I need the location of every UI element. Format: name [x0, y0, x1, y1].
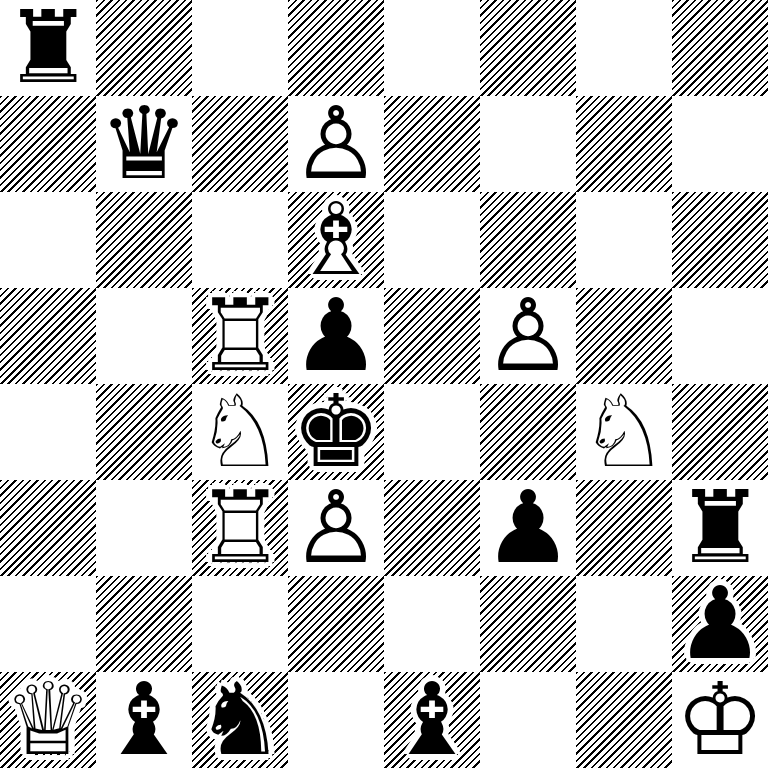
- piece-glyph: ♘: [576, 384, 672, 480]
- piece-black-rook-h3[interactable]: ♜♜: [672, 480, 768, 576]
- square-h6[interactable]: [672, 192, 768, 288]
- square-b7[interactable]: ♛♛: [96, 96, 192, 192]
- square-g7[interactable]: [576, 96, 672, 192]
- piece-black-queen-b7[interactable]: ♛♛: [96, 96, 192, 192]
- piece-glyph: ♙: [288, 96, 384, 192]
- piece-glyph: ♟: [672, 576, 768, 672]
- piece-glyph: ♔: [672, 672, 768, 768]
- square-b4[interactable]: [96, 384, 192, 480]
- square-c3[interactable]: ♜♖: [192, 480, 288, 576]
- piece-glyph: ♘: [192, 384, 288, 480]
- piece-glyph: ♝: [384, 672, 480, 768]
- square-g1[interactable]: [576, 672, 672, 768]
- piece-white-pawn-d7[interactable]: ♟♙: [288, 96, 384, 192]
- square-h4[interactable]: [672, 384, 768, 480]
- piece-white-bishop-d6[interactable]: ♝♗: [288, 192, 384, 288]
- piece-black-pawn-f3[interactable]: ♟♟: [480, 480, 576, 576]
- square-g6[interactable]: [576, 192, 672, 288]
- piece-glyph: ♟: [480, 480, 576, 576]
- square-a8[interactable]: ♜♜: [0, 0, 96, 96]
- square-a6[interactable]: [0, 192, 96, 288]
- piece-glyph: ♝: [96, 672, 192, 768]
- square-a2[interactable]: [0, 576, 96, 672]
- square-f8[interactable]: [480, 0, 576, 96]
- square-f5[interactable]: ♟♙: [480, 288, 576, 384]
- piece-black-knight-c1[interactable]: ♞♞: [192, 672, 288, 768]
- square-a7[interactable]: [0, 96, 96, 192]
- square-c1[interactable]: ♞♞: [192, 672, 288, 768]
- square-g5[interactable]: [576, 288, 672, 384]
- piece-white-queen-a1[interactable]: ♛♕: [0, 672, 96, 768]
- square-h2[interactable]: ♟♟: [672, 576, 768, 672]
- piece-white-rook-c3[interactable]: ♜♖: [192, 480, 288, 576]
- piece-black-bishop-e1[interactable]: ♝♝: [384, 672, 480, 768]
- square-h3[interactable]: ♜♜: [672, 480, 768, 576]
- square-e4[interactable]: [384, 384, 480, 480]
- piece-white-rook-c5[interactable]: ♜♖: [192, 288, 288, 384]
- piece-white-pawn-f5[interactable]: ♟♙: [480, 288, 576, 384]
- square-h8[interactable]: [672, 0, 768, 96]
- square-c7[interactable]: [192, 96, 288, 192]
- square-f6[interactable]: [480, 192, 576, 288]
- square-g2[interactable]: [576, 576, 672, 672]
- square-e1[interactable]: ♝♝: [384, 672, 480, 768]
- square-g4[interactable]: ♞♘: [576, 384, 672, 480]
- piece-glyph: ♖: [192, 288, 288, 384]
- square-h5[interactable]: [672, 288, 768, 384]
- piece-black-bishop-b1[interactable]: ♝♝: [96, 672, 192, 768]
- square-g3[interactable]: [576, 480, 672, 576]
- square-a4[interactable]: [0, 384, 96, 480]
- piece-black-king-d4[interactable]: ♚♚: [288, 384, 384, 480]
- piece-glyph: ♙: [480, 288, 576, 384]
- square-b3[interactable]: [96, 480, 192, 576]
- square-f7[interactable]: [480, 96, 576, 192]
- square-e5[interactable]: [384, 288, 480, 384]
- square-a1[interactable]: ♛♕: [0, 672, 96, 768]
- square-e3[interactable]: [384, 480, 480, 576]
- square-g8[interactable]: [576, 0, 672, 96]
- piece-glyph: ♖: [192, 480, 288, 576]
- square-c4[interactable]: ♞♘: [192, 384, 288, 480]
- piece-white-knight-g4[interactable]: ♞♘: [576, 384, 672, 480]
- square-e7[interactable]: [384, 96, 480, 192]
- piece-glyph: ♕: [0, 672, 96, 768]
- square-d2[interactable]: [288, 576, 384, 672]
- square-b1[interactable]: ♝♝: [96, 672, 192, 768]
- piece-glyph: ♜: [672, 480, 768, 576]
- piece-glyph: ♞: [192, 672, 288, 768]
- square-c6[interactable]: [192, 192, 288, 288]
- piece-black-rook-a8[interactable]: ♜♜: [0, 0, 96, 96]
- square-c5[interactable]: ♜♖: [192, 288, 288, 384]
- piece-white-king-h1[interactable]: ♚♔: [672, 672, 768, 768]
- square-e6[interactable]: [384, 192, 480, 288]
- square-f3[interactable]: ♟♟: [480, 480, 576, 576]
- piece-glyph: ♙: [288, 480, 384, 576]
- square-f2[interactable]: [480, 576, 576, 672]
- square-c8[interactable]: [192, 0, 288, 96]
- square-b6[interactable]: [96, 192, 192, 288]
- square-e2[interactable]: [384, 576, 480, 672]
- square-a5[interactable]: [0, 288, 96, 384]
- square-d3[interactable]: ♟♙: [288, 480, 384, 576]
- piece-glyph: ♛: [96, 96, 192, 192]
- square-f1[interactable]: [480, 672, 576, 768]
- square-d7[interactable]: ♟♙: [288, 96, 384, 192]
- square-d4[interactable]: ♚♚: [288, 384, 384, 480]
- piece-black-pawn-d5[interactable]: ♟♟: [288, 288, 384, 384]
- piece-white-pawn-d3[interactable]: ♟♙: [288, 480, 384, 576]
- square-b8[interactable]: [96, 0, 192, 96]
- square-h7[interactable]: [672, 96, 768, 192]
- square-a3[interactable]: [0, 480, 96, 576]
- piece-glyph: ♜: [0, 0, 96, 96]
- square-d1[interactable]: [288, 672, 384, 768]
- chess-board: ♜♜♛♛♟♙♝♗♜♖♟♟♟♙♞♘♚♚♞♘♜♖♟♙♟♟♜♜♟♟♛♕♝♝♞♞♝♝♚♔: [0, 0, 768, 768]
- piece-black-pawn-h2[interactable]: ♟♟: [672, 576, 768, 672]
- square-h1[interactable]: ♚♔: [672, 672, 768, 768]
- square-d8[interactable]: [288, 0, 384, 96]
- square-e8[interactable]: [384, 0, 480, 96]
- piece-white-knight-c4[interactable]: ♞♘: [192, 384, 288, 480]
- square-d6[interactable]: ♝♗: [288, 192, 384, 288]
- piece-glyph: ♟: [288, 288, 384, 384]
- square-c2[interactable]: [192, 576, 288, 672]
- piece-glyph: ♚: [288, 384, 384, 480]
- square-d5[interactable]: ♟♟: [288, 288, 384, 384]
- square-b2[interactable]: [96, 576, 192, 672]
- square-f4[interactable]: [480, 384, 576, 480]
- square-b5[interactable]: [96, 288, 192, 384]
- piece-glyph: ♗: [288, 192, 384, 288]
